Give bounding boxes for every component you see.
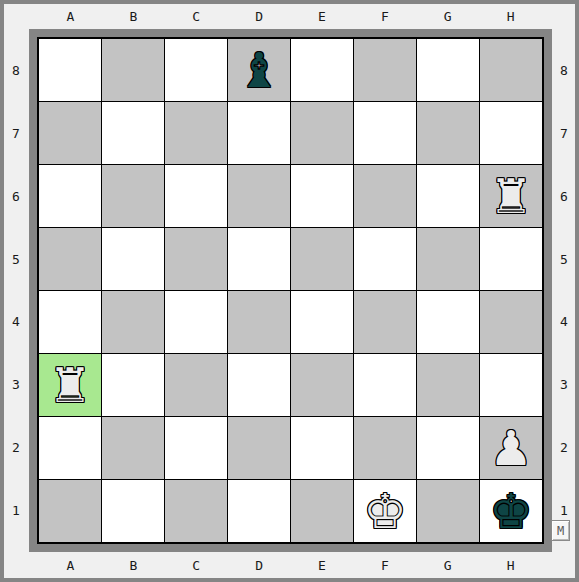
file-label-h: H <box>479 554 542 576</box>
square-a8[interactable] <box>39 39 101 101</box>
square-g6[interactable] <box>417 165 479 227</box>
square-h4[interactable] <box>480 291 542 353</box>
m-button[interactable]: M <box>551 520 570 541</box>
square-g2[interactable] <box>417 417 479 479</box>
file-label-b: B <box>102 5 165 27</box>
square-d4[interactable] <box>228 291 290 353</box>
square-f6[interactable] <box>354 165 416 227</box>
file-labels-bottom: ABCDEFGH <box>39 554 542 576</box>
chess-board-window: ABCDEFGH ABCDEFGH 87654321 87654321 ♝♜♜♟… <box>0 0 579 582</box>
square-a4[interactable] <box>39 291 101 353</box>
square-f2[interactable] <box>354 417 416 479</box>
rank-label-1: 1 <box>5 479 27 542</box>
rank-labels-right: 87654321 <box>553 39 575 542</box>
square-b4[interactable] <box>102 291 164 353</box>
rank-label-2: 2 <box>553 416 575 479</box>
rank-label-4: 4 <box>5 291 27 354</box>
square-e7[interactable] <box>291 102 353 164</box>
piece-black-bishop-d8[interactable]: ♝ <box>237 39 280 101</box>
square-c3[interactable] <box>165 354 227 416</box>
square-b7[interactable] <box>102 102 164 164</box>
square-c5[interactable] <box>165 228 227 290</box>
rank-label-8: 8 <box>5 39 27 102</box>
square-a7[interactable] <box>39 102 101 164</box>
square-f8[interactable] <box>354 39 416 101</box>
square-f5[interactable] <box>354 228 416 290</box>
square-h8[interactable] <box>480 39 542 101</box>
piece-white-king-f1[interactable]: ♚ <box>363 480 406 542</box>
rank-label-2: 2 <box>5 416 27 479</box>
square-d7[interactable] <box>228 102 290 164</box>
square-e1[interactable] <box>291 480 353 542</box>
square-a1[interactable] <box>39 480 101 542</box>
rank-label-5: 5 <box>553 228 575 291</box>
rank-label-6: 6 <box>553 165 575 228</box>
rank-label-6: 6 <box>5 165 27 228</box>
file-label-f: F <box>353 5 416 27</box>
square-h5[interactable] <box>480 228 542 290</box>
rank-label-3: 3 <box>553 353 575 416</box>
rank-label-8: 8 <box>553 39 575 102</box>
square-h3[interactable] <box>480 354 542 416</box>
rank-labels-left: 87654321 <box>5 39 27 542</box>
square-h7[interactable] <box>480 102 542 164</box>
piece-white-pawn-h2[interactable]: ♟ <box>489 417 532 479</box>
piece-white-rook-h6[interactable]: ♜ <box>489 165 532 227</box>
square-e6[interactable] <box>291 165 353 227</box>
file-label-d: D <box>228 5 291 27</box>
square-c1[interactable] <box>165 480 227 542</box>
square-f1[interactable]: ♚ <box>354 480 416 542</box>
file-label-h: H <box>479 5 542 27</box>
square-a6[interactable] <box>39 165 101 227</box>
square-d2[interactable] <box>228 417 290 479</box>
square-b6[interactable] <box>102 165 164 227</box>
board-frame: ♝♜♜♟♚♚ <box>29 29 552 552</box>
rank-label-7: 7 <box>553 102 575 165</box>
square-g1[interactable] <box>417 480 479 542</box>
square-f4[interactable] <box>354 291 416 353</box>
square-b8[interactable] <box>102 39 164 101</box>
square-g3[interactable] <box>417 354 479 416</box>
square-e4[interactable] <box>291 291 353 353</box>
file-label-d: D <box>228 554 291 576</box>
square-d1[interactable] <box>228 480 290 542</box>
square-d5[interactable] <box>228 228 290 290</box>
square-h1[interactable]: ♚ <box>480 480 542 542</box>
square-g8[interactable] <box>417 39 479 101</box>
square-h2[interactable]: ♟ <box>480 417 542 479</box>
rank-label-4: 4 <box>553 291 575 354</box>
square-e5[interactable] <box>291 228 353 290</box>
square-g4[interactable] <box>417 291 479 353</box>
file-label-c: C <box>165 554 228 576</box>
square-b2[interactable] <box>102 417 164 479</box>
rank-label-5: 5 <box>5 228 27 291</box>
square-c8[interactable] <box>165 39 227 101</box>
square-b5[interactable] <box>102 228 164 290</box>
square-c6[interactable] <box>165 165 227 227</box>
file-label-b: B <box>102 554 165 576</box>
square-f3[interactable] <box>354 354 416 416</box>
rank-label-3: 3 <box>5 353 27 416</box>
square-c2[interactable] <box>165 417 227 479</box>
square-a3[interactable]: ♜ <box>39 354 101 416</box>
square-e2[interactable] <box>291 417 353 479</box>
rank-label-7: 7 <box>5 102 27 165</box>
square-g7[interactable] <box>417 102 479 164</box>
board: ♝♜♜♟♚♚ <box>37 37 544 544</box>
square-d6[interactable] <box>228 165 290 227</box>
file-labels-top: ABCDEFGH <box>39 5 542 27</box>
square-e3[interactable] <box>291 354 353 416</box>
square-e8[interactable] <box>291 39 353 101</box>
file-label-f: F <box>353 554 416 576</box>
square-g5[interactable] <box>417 228 479 290</box>
square-a2[interactable] <box>39 417 101 479</box>
file-label-a: A <box>39 5 102 27</box>
piece-white-rook-a3[interactable]: ♜ <box>48 354 91 416</box>
square-d3[interactable] <box>228 354 290 416</box>
square-a5[interactable] <box>39 228 101 290</box>
square-d8[interactable]: ♝ <box>228 39 290 101</box>
square-c7[interactable] <box>165 102 227 164</box>
file-label-a: A <box>39 554 102 576</box>
file-label-g: G <box>416 5 479 27</box>
file-label-e: E <box>291 554 354 576</box>
file-label-g: G <box>416 554 479 576</box>
square-f7[interactable] <box>354 102 416 164</box>
piece-black-king-h1[interactable]: ♚ <box>489 480 532 542</box>
square-h6[interactable]: ♜ <box>480 165 542 227</box>
square-c4[interactable] <box>165 291 227 353</box>
square-b1[interactable] <box>102 480 164 542</box>
file-label-e: E <box>291 5 354 27</box>
square-b3[interactable] <box>102 354 164 416</box>
file-label-c: C <box>165 5 228 27</box>
